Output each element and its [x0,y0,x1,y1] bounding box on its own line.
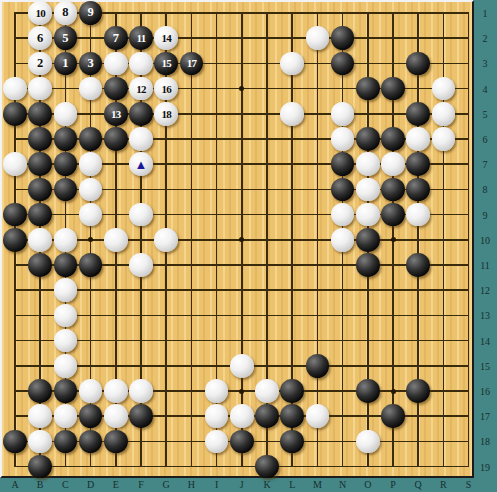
black-stone-O4[interactable] [356,77,380,101]
white-stone-N6[interactable] [331,127,355,151]
board-overlay: 10896571114213151712161318▲ [0,0,497,492]
star-point-P16 [391,389,396,394]
black-stone-F17[interactable] [129,404,153,428]
white-stone-D16[interactable] [79,379,103,403]
white-stone-F11[interactable] [129,253,153,277]
black-stone-O6[interactable] [356,127,380,151]
black-stone-C7[interactable] [54,152,78,176]
black-stone-B7[interactable] [28,152,52,176]
black-stone-C18[interactable] [54,430,78,454]
white-stone-R6[interactable] [432,127,456,151]
black-stone-N7[interactable] [331,152,355,176]
black-stone-A10[interactable] [3,228,27,252]
white-stone-C12[interactable] [54,278,78,302]
white-stone-Q6[interactable] [406,127,430,151]
white-stone-G5[interactable]: 18 [154,102,178,126]
black-stone-H3[interactable]: 17 [180,52,204,76]
white-stone-R4[interactable] [432,77,456,101]
white-stone-B3[interactable]: 2 [28,52,52,76]
move-number-6: 6 [37,31,43,46]
black-stone-C6[interactable] [54,127,78,151]
black-stone-B5[interactable] [28,102,52,126]
move-number-11: 11 [137,32,146,44]
move-number-12: 12 [136,83,145,95]
move-number-7: 7 [113,31,119,46]
white-stone-L3[interactable] [280,52,304,76]
black-stone-K17[interactable] [255,404,279,428]
move-number-13: 13 [111,108,120,120]
white-stone-F6[interactable] [129,127,153,151]
white-stone-B4[interactable] [28,77,52,101]
white-stone-E10[interactable] [104,228,128,252]
white-stone-B2[interactable]: 6 [28,26,52,50]
black-stone-D3[interactable]: 3 [79,52,103,76]
star-point-P10 [391,237,396,242]
black-stone-Q8[interactable] [406,178,430,202]
white-stone-O18[interactable] [356,430,380,454]
black-stone-B19[interactable] [28,455,52,479]
black-stone-Q11[interactable] [406,253,430,277]
grid-line [14,466,469,468]
black-stone-O16[interactable] [356,379,380,403]
black-stone-Q16[interactable] [406,379,430,403]
move-number-17: 17 [187,57,196,69]
move-number-9: 9 [87,5,93,20]
white-stone-F16[interactable] [129,379,153,403]
black-stone-L16[interactable] [280,379,304,403]
white-stone-N5[interactable] [331,102,355,126]
white-stone-B18[interactable] [28,430,52,454]
black-stone-E2[interactable]: 7 [104,26,128,50]
star-point-J10 [239,237,244,242]
white-stone-D4[interactable] [79,77,103,101]
star-point-D10 [88,237,93,242]
black-stone-A9[interactable] [3,203,27,227]
white-stone-I17[interactable] [205,404,229,428]
black-stone-E6[interactable] [104,127,128,151]
move-number-5: 5 [62,31,68,46]
black-stone-C3[interactable]: 1 [54,52,78,76]
white-stone-E17[interactable] [104,404,128,428]
black-stone-C8[interactable] [54,178,78,202]
white-stone-O8[interactable] [356,178,380,202]
white-stone-A4[interactable] [3,77,27,101]
white-stone-F9[interactable] [129,203,153,227]
white-stone-C13[interactable] [54,304,78,328]
white-stone-I18[interactable] [205,430,229,454]
black-stone-J18[interactable] [230,430,254,454]
move-number-14: 14 [161,32,170,44]
move-number-1: 1 [62,56,68,71]
move-number-10: 10 [35,7,44,19]
white-stone-F4[interactable]: 12 [129,77,153,101]
black-stone-O11[interactable] [356,253,380,277]
black-stone-D1[interactable]: 9 [79,1,103,25]
white-stone-O7[interactable] [356,152,380,176]
move-number-18: 18 [161,108,170,120]
black-stone-B11[interactable] [28,253,52,277]
grid-line [14,289,469,291]
black-stone-K19[interactable] [255,455,279,479]
white-stone-D7[interactable] [79,152,103,176]
move-number-15: 15 [161,57,170,69]
white-stone-C17[interactable] [54,404,78,428]
white-stone-D8[interactable] [79,178,103,202]
move-number-8: 8 [62,5,68,20]
black-stone-B8[interactable] [28,178,52,202]
black-stone-N3[interactable] [331,52,355,76]
white-stone-J15[interactable] [230,354,254,378]
black-stone-A18[interactable] [3,430,27,454]
black-stone-B6[interactable] [28,127,52,151]
white-stone-J17[interactable] [230,404,254,428]
white-stone-N9[interactable] [331,203,355,227]
white-stone-D9[interactable] [79,203,103,227]
white-stone-M2[interactable] [306,26,330,50]
black-stone-E4[interactable] [104,77,128,101]
black-stone-C2[interactable]: 5 [54,26,78,50]
black-stone-D11[interactable] [79,253,103,277]
white-stone-B1[interactable]: 10 [28,1,52,25]
white-stone-G2[interactable]: 14 [154,26,178,50]
black-stone-E5[interactable]: 13 [104,102,128,126]
grid-line [317,12,319,467]
white-stone-Q9[interactable] [406,203,430,227]
white-stone-C14[interactable] [54,329,78,353]
white-stone-C15[interactable] [54,354,78,378]
white-stone-L5[interactable] [280,102,304,126]
grid-line [14,315,469,317]
white-stone-M17[interactable] [306,404,330,428]
white-stone-O9[interactable] [356,203,380,227]
white-stone-A7[interactable] [3,152,27,176]
black-stone-B9[interactable] [28,203,52,227]
go-board-window: 12345678910111213141516171819 ABCDEFGHIJ… [0,0,497,492]
black-stone-A5[interactable] [3,102,27,126]
black-stone-G3[interactable]: 15 [154,52,178,76]
white-stone-I16[interactable] [205,379,229,403]
black-stone-Q3[interactable] [406,52,430,76]
black-stone-P8[interactable] [381,178,405,202]
black-stone-P17[interactable] [381,404,405,428]
black-stone-P6[interactable] [381,127,405,151]
white-stone-E3[interactable] [104,52,128,76]
white-stone-P7[interactable] [381,152,405,176]
star-point-J4 [239,86,244,91]
move-number-2: 2 [37,56,43,71]
black-stone-P4[interactable] [381,77,405,101]
grid-line [14,340,469,342]
star-point-J16 [239,389,244,394]
black-stone-F2[interactable]: 11 [129,26,153,50]
triangle-marker: ▲ [135,157,148,170]
black-stone-P9[interactable] [381,203,405,227]
white-stone-G4[interactable]: 16 [154,77,178,101]
white-stone-E16[interactable] [104,379,128,403]
black-stone-C11[interactable] [54,253,78,277]
white-stone-N10[interactable] [331,228,355,252]
black-stone-M15[interactable] [306,354,330,378]
black-stone-N2[interactable] [331,26,355,50]
black-stone-N8[interactable] [331,178,355,202]
black-stone-D17[interactable] [79,404,103,428]
move-number-16: 16 [161,83,170,95]
white-stone-C1[interactable]: 8 [54,1,78,25]
black-stone-L18[interactable] [280,430,304,454]
black-stone-F5[interactable] [129,102,153,126]
white-stone-K16[interactable] [255,379,279,403]
white-stone-F7[interactable]: ▲ [129,152,153,176]
white-stone-G10[interactable] [154,228,178,252]
white-stone-B10[interactable] [28,228,52,252]
black-stone-D6[interactable] [79,127,103,151]
black-stone-Q5[interactable] [406,102,430,126]
white-stone-B17[interactable] [28,404,52,428]
grid-line [468,12,470,467]
black-stone-O10[interactable] [356,228,380,252]
white-stone-R5[interactable] [432,102,456,126]
black-stone-Q7[interactable] [406,152,430,176]
black-stone-C16[interactable] [54,379,78,403]
black-stone-E18[interactable] [104,430,128,454]
white-stone-F3[interactable] [129,52,153,76]
black-stone-B16[interactable] [28,379,52,403]
white-stone-C5[interactable] [54,102,78,126]
move-number-3: 3 [87,56,93,71]
black-stone-D18[interactable] [79,430,103,454]
black-stone-L17[interactable] [280,404,304,428]
white-stone-C10[interactable] [54,228,78,252]
